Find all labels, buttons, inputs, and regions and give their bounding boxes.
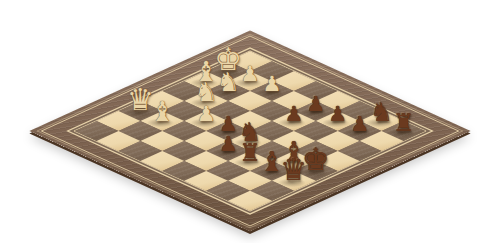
chess-board: ♞♜♚♟♟♟♟♟♝♞♟♞♟♟♞♝♚♛♝♟♜♝♛ — [29, 31, 470, 232]
board-inner-frame: ♞♜♚♟♟♟♟♟♝♞♟♞♟♟♞♝♚♛♝♟♜♝♛ — [66, 47, 434, 214]
chess-photo-stage: ♞♜♚♟♟♟♟♟♝♞♟♞♟♟♞♝♚♛♝♟♜♝♛ — [0, 0, 500, 243]
board-grid: ♞♜♚♟♟♟♟♟♝♞♟♞♟♟♞♝♚♛♝♟♜♝♛ — [73, 51, 427, 212]
